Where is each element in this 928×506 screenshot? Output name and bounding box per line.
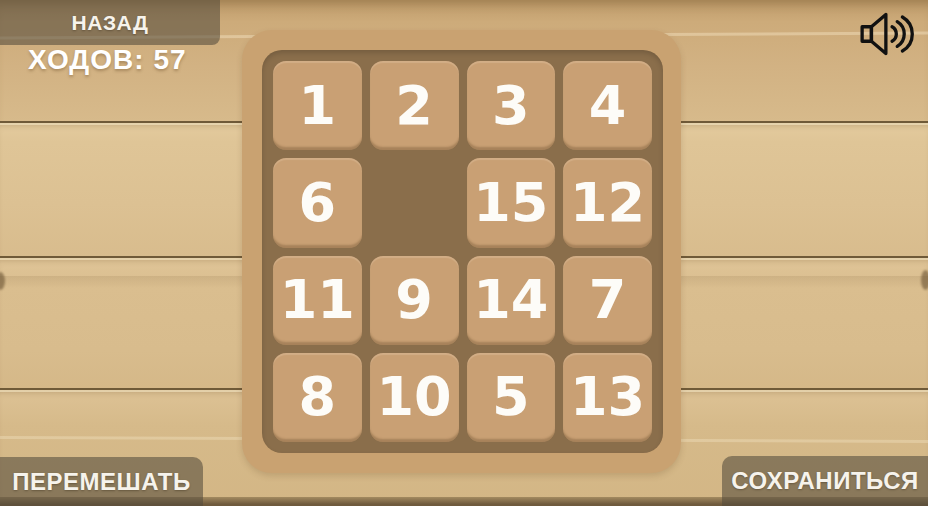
shuffle-button[interactable]: ПЕРЕМЕШАТЬ — [0, 457, 203, 506]
tile-5[interactable]: 5 — [467, 353, 556, 442]
tile-3[interactable]: 3 — [467, 61, 556, 150]
tile-grid: 123461512119147810513 — [262, 50, 663, 453]
tile-13[interactable]: 13 — [563, 353, 652, 442]
tile-7[interactable]: 7 — [563, 256, 652, 345]
back-button[interactable]: НАЗАД — [0, 0, 220, 45]
puzzle-board: 123461512119147810513 — [242, 30, 681, 473]
tile-12[interactable]: 12 — [563, 158, 652, 247]
speaker-volume-icon[interactable] — [858, 10, 922, 58]
tile-14[interactable]: 14 — [467, 256, 556, 345]
wood-knot-right — [921, 270, 928, 290]
moves-label: ХОДОВ: — [28, 44, 145, 75]
save-button[interactable]: СОХРАНИТЬСЯ — [722, 456, 928, 506]
tile-2[interactable]: 2 — [370, 61, 459, 150]
empty-cell — [370, 158, 459, 247]
tile-10[interactable]: 10 — [370, 353, 459, 442]
moves-value: 57 — [153, 44, 186, 75]
tile-8[interactable]: 8 — [273, 353, 362, 442]
tile-15[interactable]: 15 — [467, 158, 556, 247]
moves-counter: ХОДОВ: 57 — [28, 44, 288, 76]
tile-4[interactable]: 4 — [563, 61, 652, 150]
tile-6[interactable]: 6 — [273, 158, 362, 247]
tile-9[interactable]: 9 — [370, 256, 459, 345]
tile-11[interactable]: 11 — [273, 256, 362, 345]
